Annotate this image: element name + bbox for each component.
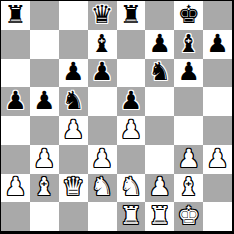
square-c8[interactable] [59,1,88,30]
square-d5[interactable] [88,87,117,116]
square-e2[interactable]: ♞ [117,174,146,203]
square-e6[interactable] [117,59,146,88]
square-h2[interactable] [203,174,232,203]
square-c5[interactable]: ♞ [59,87,88,116]
white-queen-icon: ♛ [62,174,84,199]
white-pawn-icon: ♟ [206,146,228,171]
square-d7[interactable]: ♝ [88,30,117,59]
black-pawn-icon: ♟ [206,31,228,56]
black-pawn-icon: ♟ [62,59,84,84]
square-e8[interactable]: ♜ [117,1,146,30]
square-c1[interactable] [59,202,88,231]
white-pawn-icon: ♟ [33,146,55,171]
black-knight-icon: ♞ [149,59,171,84]
black-rook-icon: ♜ [4,2,26,27]
square-d2[interactable]: ♞ [88,174,117,203]
square-g6[interactable]: ♟ [174,59,203,88]
square-g3[interactable]: ♟ [174,145,203,174]
white-pawn-icon: ♟ [62,117,84,142]
square-c2[interactable]: ♛ [59,174,88,203]
square-g8[interactable]: ♚ [174,1,203,30]
square-h1[interactable] [203,202,232,231]
square-c4[interactable]: ♟ [59,116,88,145]
black-pawn-icon: ♟ [91,59,113,84]
square-a5[interactable]: ♟ [1,87,30,116]
chess-board-grid: ♜♛♜♚♝♟♝♟♟♟♞♟♟♟♞♟♟♟♟♟♟♟♟♝♛♞♞♟♝♜♜♚ [1,1,232,231]
square-h4[interactable] [203,116,232,145]
square-f2[interactable]: ♟ [145,174,174,203]
white-king-icon: ♚ [177,203,199,228]
black-pawn-icon: ♟ [149,31,171,56]
square-h5[interactable] [203,87,232,116]
square-d1[interactable] [88,202,117,231]
square-b4[interactable] [30,116,59,145]
white-pawn-icon: ♟ [177,146,199,171]
white-knight-icon: ♞ [120,174,142,199]
square-a2[interactable]: ♟ [1,174,30,203]
square-h6[interactable] [203,59,232,88]
white-knight-icon: ♞ [91,174,113,199]
square-g7[interactable]: ♝ [174,30,203,59]
square-a6[interactable] [1,59,30,88]
black-pawn-icon: ♟ [177,59,199,84]
square-a8[interactable]: ♜ [1,1,30,30]
square-b2[interactable]: ♝ [30,174,59,203]
chess-board: ♜♛♜♚♝♟♝♟♟♟♞♟♟♟♞♟♟♟♟♟♟♟♟♝♛♞♞♟♝♜♜♚ [0,0,234,234]
square-e1[interactable]: ♜ [117,202,146,231]
square-c3[interactable] [59,145,88,174]
square-d3[interactable]: ♟ [88,145,117,174]
square-a1[interactable] [1,202,30,231]
white-pawn-icon: ♟ [4,174,26,199]
black-knight-icon: ♞ [62,88,84,113]
black-pawn-icon: ♟ [4,88,26,113]
white-pawn-icon: ♟ [120,117,142,142]
black-king-icon: ♚ [177,2,199,27]
square-f7[interactable]: ♟ [145,30,174,59]
square-b5[interactable]: ♟ [30,87,59,116]
square-h3[interactable]: ♟ [203,145,232,174]
square-d4[interactable] [88,116,117,145]
square-c7[interactable] [59,30,88,59]
square-a4[interactable] [1,116,30,145]
black-pawn-icon: ♟ [33,88,55,113]
square-d8[interactable]: ♛ [88,1,117,30]
square-f6[interactable]: ♞ [145,59,174,88]
black-queen-icon: ♛ [91,2,113,27]
black-pawn-icon: ♟ [120,88,142,113]
square-b6[interactable] [30,59,59,88]
square-b1[interactable] [30,202,59,231]
square-g5[interactable] [174,87,203,116]
square-g1[interactable]: ♚ [174,202,203,231]
black-bishop-icon: ♝ [91,31,113,56]
square-e5[interactable]: ♟ [117,87,146,116]
square-f5[interactable] [145,87,174,116]
square-h7[interactable]: ♟ [203,30,232,59]
white-bishop-icon: ♝ [33,174,55,199]
square-f1[interactable]: ♜ [145,202,174,231]
square-g4[interactable] [174,116,203,145]
square-f8[interactable] [145,1,174,30]
white-bishop-icon: ♝ [177,174,199,199]
square-e3[interactable] [117,145,146,174]
white-pawn-icon: ♟ [91,146,113,171]
white-pawn-icon: ♟ [149,174,171,199]
square-e4[interactable]: ♟ [117,116,146,145]
square-f3[interactable] [145,145,174,174]
square-b3[interactable]: ♟ [30,145,59,174]
square-c6[interactable]: ♟ [59,59,88,88]
square-e7[interactable] [117,30,146,59]
black-rook-icon: ♜ [120,2,142,27]
square-f4[interactable] [145,116,174,145]
square-a3[interactable] [1,145,30,174]
white-rook-icon: ♜ [120,203,142,228]
square-b8[interactable] [30,1,59,30]
square-h8[interactable] [203,1,232,30]
square-d6[interactable]: ♟ [88,59,117,88]
white-rook-icon: ♜ [149,203,171,228]
square-a7[interactable] [1,30,30,59]
square-b7[interactable] [30,30,59,59]
black-bishop-icon: ♝ [177,31,199,56]
square-g2[interactable]: ♝ [174,174,203,203]
